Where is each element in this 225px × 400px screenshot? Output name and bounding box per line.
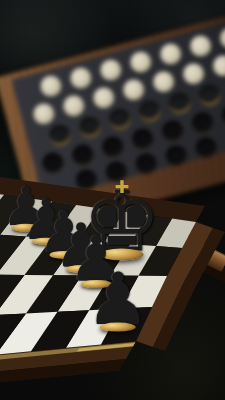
chessboard (0, 0, 225, 400)
chess-set-photo: ♟♟♟♚✚♟♟♟ (0, 0, 225, 400)
